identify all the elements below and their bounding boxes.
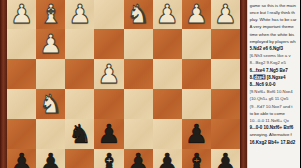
board-frame-left (0, 0, 7, 168)
move-line[interactable]: 6...fxe4 7.Ng5 Be7 (250, 66, 301, 73)
square-g7[interactable]: ♟ (36, 149, 65, 168)
square-d3[interactable] (124, 29, 153, 59)
square-b5[interactable] (182, 89, 211, 119)
square-g4[interactable] (36, 59, 65, 89)
square-a2[interactable]: ♟ (211, 0, 240, 29)
square-h4[interactable] (7, 59, 36, 89)
black-bishop-icon: ♝ (185, 149, 208, 168)
square-a3[interactable] (211, 29, 240, 59)
square-c3[interactable] (153, 29, 182, 59)
square-e2[interactable] (94, 0, 123, 29)
current-move-highlight[interactable]: dxe4 (253, 75, 265, 80)
white-pawn-icon: ♟ (68, 0, 91, 29)
chess-board: ♟♝♟♞♟♟♟♟♟♞♞♟♟♟♟♝♟♟♝♟ (7, 0, 240, 168)
annotation-text-line: once but I really think th (250, 9, 301, 16)
move-line[interactable]: [6.Nh3 seems like a v (250, 52, 301, 59)
white-pawn-icon: ♟ (10, 0, 33, 29)
square-d5[interactable] (124, 89, 153, 119)
square-f5[interactable] (65, 89, 94, 119)
move-line[interactable]: (9...Kd7 10.Nxe7 and t (250, 102, 301, 109)
square-e6[interactable]: ♟ (94, 119, 123, 149)
annotation-text-line: employed by players wh (250, 38, 301, 45)
move-line[interactable]: 5.Nd2 e6 6.Ngf3 (250, 45, 301, 52)
square-g3[interactable]: ♟ (36, 29, 65, 59)
move-line[interactable]: 16.Kxg2 Bb4+ 17.Bd2 (250, 138, 301, 145)
white-pawn-icon: ♟ (97, 60, 120, 89)
square-h3[interactable] (7, 29, 36, 59)
square-d7[interactable]: ♟ (124, 149, 153, 168)
square-f6[interactable]: ♞ (65, 119, 94, 149)
annotation-text-line: annoying. Alternative f (250, 131, 301, 138)
annotation-text-line: time when the white bis (250, 30, 301, 37)
square-c5[interactable] (153, 89, 182, 119)
chess-board-area: ♟♝♟♞♟♟♟♟♟♞♞♟♟♟♟♝♟♟♝♟ (0, 0, 247, 168)
annotation-text-line: A very important theme (250, 23, 301, 30)
square-h7[interactable]: ♟ (7, 149, 36, 168)
square-c7[interactable]: ♟ (153, 149, 182, 168)
notation-text: game so this is the mainonce but I reall… (248, 0, 300, 146)
black-pawn-icon: ♟ (126, 149, 149, 168)
move-line[interactable]: (10.Qh5+ g6 11.Qe5 (250, 95, 301, 102)
square-f3[interactable] (65, 29, 94, 59)
square-b7[interactable]: ♝ (182, 149, 211, 168)
black-pawn-icon: ♟ (97, 120, 120, 149)
square-e5[interactable] (94, 89, 123, 119)
square-c6[interactable] (153, 119, 182, 149)
chess-video-frame: ♟♝♟♞♟♟♟♟♟♞♞♟♟♟♟♝♟♟♝♟ game so this is the… (0, 0, 300, 168)
square-c4[interactable] (153, 59, 182, 89)
square-c2[interactable]: ♟ (153, 0, 182, 29)
white-bishop-icon: ♝ (39, 0, 62, 29)
square-g5[interactable]: ♞ (36, 89, 65, 119)
board-frame-right (240, 0, 247, 168)
move-line[interactable]: 10...0-0 11.Nxf6+ Qx (250, 117, 301, 124)
black-pawn-icon: ♟ (214, 149, 237, 168)
square-b3[interactable] (182, 29, 211, 59)
square-b4[interactable] (182, 59, 211, 89)
square-h6[interactable] (7, 119, 36, 149)
black-pawn-icon: ♟ (185, 120, 208, 149)
square-a5[interactable] (211, 89, 240, 119)
white-knight-icon: ♞ (126, 0, 149, 29)
white-pawn-icon: ♟ (156, 0, 179, 29)
move-line[interactable]: 8.dxe4 [8.Ngxe4 (250, 74, 301, 81)
white-pawn-icon: ♟ (39, 30, 62, 59)
square-f7[interactable] (65, 149, 94, 168)
square-f2[interactable]: ♟ (65, 0, 94, 29)
square-g2[interactable]: ♝ (36, 0, 65, 29)
white-knight-icon: ♞ (39, 90, 62, 119)
move-line[interactable]: 9...0-0 10.Nxf6+ Bxf6 (250, 124, 301, 131)
black-pawn-icon: ♟ (10, 149, 33, 168)
square-g6[interactable] (36, 119, 65, 149)
notation-panel[interactable]: game so this is the mainonce but I reall… (247, 0, 300, 168)
move-line[interactable]: 8...Nc6 9.0-0 (250, 81, 301, 88)
square-a7[interactable]: ♟ (211, 149, 240, 168)
square-h2[interactable]: ♟ (7, 0, 36, 29)
square-h5[interactable] (7, 89, 36, 119)
black-pawn-icon: ♟ (39, 149, 62, 168)
white-pawn-icon: ♟ (214, 0, 237, 29)
square-e7[interactable]: ♝ (94, 149, 123, 168)
square-d2[interactable]: ♞ (124, 0, 153, 29)
square-b6[interactable]: ♟ (182, 119, 211, 149)
square-a4[interactable] (211, 59, 240, 89)
annotation-text-line: play. White has to be car (250, 16, 301, 23)
white-pawn-icon: ♟ (185, 0, 208, 29)
move-line[interactable]: [9.Nxf6+ Bxf6 10.Nxe4 (250, 88, 301, 95)
square-d4[interactable] (124, 59, 153, 89)
square-e4[interactable]: ♟ (94, 59, 123, 89)
square-a6[interactable] (211, 119, 240, 149)
annotation-text-line: to be able to come (250, 110, 301, 117)
square-f4[interactable] (65, 59, 94, 89)
black-knight-icon: ♞ (68, 120, 91, 149)
black-bishop-icon: ♝ (97, 149, 120, 168)
square-d6[interactable] (124, 119, 153, 149)
move-line[interactable]: 8...Bxg2 9.Kxg2 e5 (250, 59, 301, 66)
annotation-text-line: game so this is the main (250, 2, 301, 9)
square-b2[interactable]: ♟ (182, 0, 211, 29)
square-e3[interactable] (94, 29, 123, 59)
black-pawn-icon: ♟ (156, 149, 179, 168)
